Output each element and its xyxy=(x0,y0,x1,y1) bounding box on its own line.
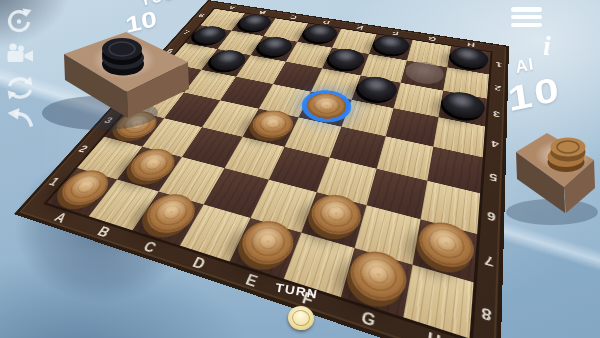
file-label-near-e: E xyxy=(243,272,260,291)
menu-icon[interactable] xyxy=(511,7,542,31)
file-label-near-a: A xyxy=(51,211,69,226)
camera-icon[interactable] xyxy=(8,43,34,62)
rank-label-right-8: 8 xyxy=(481,303,492,324)
rank-label-right-5: 5 xyxy=(489,171,498,184)
rank-label-left-8: 8 xyxy=(197,13,206,19)
rank-label-right-1: 1 xyxy=(496,61,503,69)
file-label-near-d: D xyxy=(190,255,208,273)
rank-label-right-2: 2 xyxy=(494,83,501,92)
left-toolbar xyxy=(3,5,37,137)
rank-label-left-3: 3 xyxy=(102,116,115,126)
file-label-near-g: G xyxy=(360,309,377,331)
ai-score-value: 10 xyxy=(505,69,564,119)
right-capture-stand xyxy=(506,133,598,225)
rank-label-left-2: 2 xyxy=(76,144,90,155)
captured-brown-pieces xyxy=(548,138,586,173)
file-label-near-h: H xyxy=(426,329,442,338)
info-icon[interactable]: i xyxy=(543,30,551,62)
player-score: YOU 10 xyxy=(122,0,180,39)
game-screen: AABBCCDDEEFFGGHH1122334455667788 xyxy=(0,0,600,338)
file-label-near-b: B xyxy=(94,225,112,241)
undo-icon[interactable] xyxy=(8,108,32,127)
captured-black-pieces xyxy=(102,38,144,76)
rank-label-right-7: 7 xyxy=(484,252,494,270)
rank-label-left-7: 7 xyxy=(181,30,191,36)
file-label-far-e: E xyxy=(356,24,365,30)
rank-label-right-3: 3 xyxy=(493,109,501,119)
file-label-far-c: C xyxy=(289,14,299,20)
ai-score: AI 10 xyxy=(502,52,551,119)
rank-label-right-4: 4 xyxy=(491,138,499,149)
file-label-far-g: G xyxy=(428,35,437,42)
file-label-far-a: A xyxy=(227,5,237,11)
rank-label-right-6: 6 xyxy=(487,209,496,224)
rank-label-left-4: 4 xyxy=(125,91,137,100)
rotate-view-icon[interactable] xyxy=(10,9,32,31)
file-label-near-c: C xyxy=(140,239,158,256)
flip-board-icon[interactable] xyxy=(8,77,33,100)
rank-label-left-5: 5 xyxy=(146,68,157,76)
rank-label-left-6: 6 xyxy=(165,48,175,55)
